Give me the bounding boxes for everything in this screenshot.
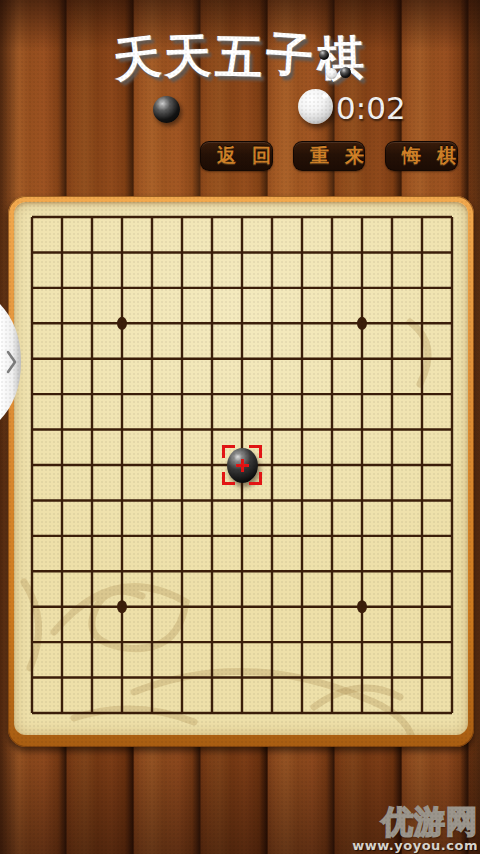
title-deco-black-stone2-icon bbox=[340, 67, 351, 78]
watermark-site-name: 优游网 bbox=[352, 806, 478, 837]
restart-button[interactable]: 重来 bbox=[293, 141, 365, 171]
gomoku-board[interactable] bbox=[14, 202, 468, 735]
app-title: 天天五子棋 bbox=[0, 26, 480, 89]
side-panel-handle[interactable] bbox=[0, 302, 24, 422]
game-screen: 天天五子棋 0:02 返回 重来 悔棋 bbox=[0, 0, 480, 854]
white-player-stone-icon bbox=[298, 89, 333, 124]
watermark: 优游网 www.yoyou.com bbox=[352, 806, 478, 852]
title-deco-black-stone-icon bbox=[319, 50, 329, 60]
undo-button[interactable]: 悔棋 bbox=[385, 141, 458, 171]
star-point bbox=[357, 600, 367, 613]
move-timer: 0:02 bbox=[336, 90, 406, 126]
handle-shape bbox=[0, 302, 24, 422]
star-point bbox=[117, 317, 127, 330]
title-deco-white-stone-icon bbox=[326, 68, 337, 79]
watermark-site-url: www.yoyou.com bbox=[352, 839, 478, 852]
board-panel bbox=[8, 196, 474, 747]
back-button[interactable]: 返回 bbox=[200, 141, 273, 171]
black-player-stone-icon bbox=[153, 96, 180, 123]
star-point bbox=[357, 317, 367, 330]
black-stone bbox=[227, 448, 258, 483]
star-point bbox=[117, 600, 127, 613]
